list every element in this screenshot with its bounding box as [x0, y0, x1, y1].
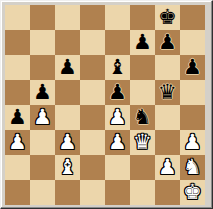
square-f7[interactable]: ♟ — [130, 30, 155, 55]
square-d8[interactable] — [80, 5, 105, 30]
square-g1[interactable] — [155, 180, 180, 205]
square-h5[interactable] — [180, 80, 205, 105]
square-a4[interactable]: ♟ — [5, 105, 30, 130]
square-e6[interactable]: ♝ — [105, 55, 130, 80]
square-f8[interactable] — [130, 5, 155, 30]
black-pawn-h6-icon: ♟ — [183, 55, 202, 80]
white-king-h1-icon: ♚ — [183, 180, 202, 205]
square-e3[interactable]: ♟ — [105, 130, 130, 155]
square-f4[interactable]: ♞ — [130, 105, 155, 130]
black-pawn-a4-icon: ♟ — [8, 105, 27, 130]
square-h7[interactable] — [180, 30, 205, 55]
black-pawn-b5-icon: ♟ — [33, 80, 52, 105]
square-e7[interactable] — [105, 30, 130, 55]
square-d2[interactable] — [80, 155, 105, 180]
white-pawn-a3-icon: ♟ — [8, 130, 27, 155]
black-pawn-g7-icon: ♟ — [158, 30, 177, 55]
square-g2[interactable]: ♟ — [155, 155, 180, 180]
square-f2[interactable] — [130, 155, 155, 180]
white-pawn-e3-icon: ♟ — [108, 130, 127, 155]
square-e1[interactable] — [105, 180, 130, 205]
square-e2[interactable] — [105, 155, 130, 180]
square-c5[interactable] — [55, 80, 80, 105]
square-e8[interactable] — [105, 5, 130, 30]
square-d4[interactable] — [80, 105, 105, 130]
square-f3[interactable]: ♛ — [130, 130, 155, 155]
square-a1[interactable] — [5, 180, 30, 205]
square-d7[interactable] — [80, 30, 105, 55]
square-a5[interactable] — [5, 80, 30, 105]
square-d1[interactable] — [80, 180, 105, 205]
board-frame: ♚♟♟♟♝♟♟♟♛♟♟♟♞♟♟♟♛♟♝♟♞♚ — [0, 0, 213, 209]
square-h6[interactable]: ♟ — [180, 55, 205, 80]
white-pawn-b4-icon: ♟ — [33, 105, 52, 130]
black-pawn-e5-icon: ♟ — [108, 80, 127, 105]
black-knight-f4-icon: ♞ — [133, 105, 152, 130]
square-h4[interactable] — [180, 105, 205, 130]
square-c2[interactable]: ♝ — [55, 155, 80, 180]
black-pawn-c6-icon: ♟ — [58, 55, 77, 80]
square-b8[interactable] — [30, 5, 55, 30]
square-b2[interactable] — [30, 155, 55, 180]
square-b4[interactable]: ♟ — [30, 105, 55, 130]
square-g7[interactable]: ♟ — [155, 30, 180, 55]
square-f5[interactable] — [130, 80, 155, 105]
black-pawn-f7-icon: ♟ — [133, 30, 152, 55]
square-c1[interactable] — [55, 180, 80, 205]
square-e5[interactable]: ♟ — [105, 80, 130, 105]
square-b5[interactable]: ♟ — [30, 80, 55, 105]
chess-board: ♚♟♟♟♝♟♟♟♛♟♟♟♞♟♟♟♛♟♝♟♞♚ — [5, 5, 205, 205]
square-f6[interactable] — [130, 55, 155, 80]
square-g6[interactable] — [155, 55, 180, 80]
square-c6[interactable]: ♟ — [55, 55, 80, 80]
white-pawn-e4-icon: ♟ — [108, 105, 127, 130]
white-pawn-h3-icon: ♟ — [183, 130, 202, 155]
square-g4[interactable] — [155, 105, 180, 130]
square-h2[interactable]: ♞ — [180, 155, 205, 180]
square-a3[interactable]: ♟ — [5, 130, 30, 155]
square-b1[interactable] — [30, 180, 55, 205]
square-b3[interactable] — [30, 130, 55, 155]
square-d3[interactable] — [80, 130, 105, 155]
square-f1[interactable] — [130, 180, 155, 205]
white-pawn-g2-icon: ♟ — [158, 155, 177, 180]
square-b7[interactable] — [30, 30, 55, 55]
square-a6[interactable] — [5, 55, 30, 80]
square-c7[interactable] — [55, 30, 80, 55]
square-a2[interactable] — [5, 155, 30, 180]
square-h1[interactable]: ♚ — [180, 180, 205, 205]
square-c4[interactable] — [55, 105, 80, 130]
square-a7[interactable] — [5, 30, 30, 55]
square-h8[interactable] — [180, 5, 205, 30]
square-g8[interactable]: ♚ — [155, 5, 180, 30]
square-d6[interactable] — [80, 55, 105, 80]
square-h3[interactable]: ♟ — [180, 130, 205, 155]
square-c8[interactable] — [55, 5, 80, 30]
square-d5[interactable] — [80, 80, 105, 105]
square-e4[interactable]: ♟ — [105, 105, 130, 130]
white-queen-f3-icon: ♛ — [133, 130, 152, 155]
white-knight-h2-icon: ♞ — [183, 155, 202, 180]
black-bishop-e6-icon: ♝ — [108, 55, 127, 80]
square-c3[interactable]: ♟ — [55, 130, 80, 155]
square-a8[interactable] — [5, 5, 30, 30]
white-pawn-c3-icon: ♟ — [58, 130, 77, 155]
black-queen-g5-icon: ♛ — [158, 80, 177, 105]
black-king-g8-icon: ♚ — [158, 5, 177, 30]
square-b6[interactable] — [30, 55, 55, 80]
square-g5[interactable]: ♛ — [155, 80, 180, 105]
square-g3[interactable] — [155, 130, 180, 155]
white-bishop-c2-icon: ♝ — [58, 155, 77, 180]
